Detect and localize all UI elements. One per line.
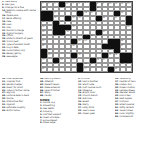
cell-number: 20: [121, 12, 123, 14]
cell-number: 65: [127, 63, 129, 65]
cell-number: 31: [72, 26, 74, 28]
cell-number: 40: [97, 35, 99, 37]
clue-number: 14.: [2, 9, 6, 12]
cell-number: 5: [72, 3, 73, 5]
cell-number: 63: [91, 63, 93, 65]
cell-number: 2: [48, 3, 49, 5]
clue-item: 65. Compass dir.: [115, 116, 149, 119]
cell-number: 53: [109, 54, 111, 56]
cell-number: 37: [54, 35, 56, 37]
cell-number: 59: [103, 59, 105, 61]
cell-number: 3: [54, 3, 55, 5]
across-clues-column-1: 1. Gets along4. Hair goo8. Change for a …: [2, 1, 37, 76]
cell-number: 58: [97, 59, 99, 61]
cell-number: 26: [42, 21, 44, 23]
cell-number: 54: [115, 54, 117, 56]
cell-number: 15: [60, 7, 62, 9]
cell-number: 55: [42, 59, 44, 61]
cell-number: 41: [42, 40, 44, 42]
cell-number: 39: [91, 35, 93, 37]
cell-number: 52: [79, 54, 81, 56]
cell-number: 56: [60, 59, 62, 61]
cell-number: 9: [103, 3, 104, 5]
cell-number: 18: [85, 12, 87, 14]
clue-number: 68.: [40, 94, 44, 97]
cell-number: 8: [97, 3, 98, 5]
cell-number: 14: [42, 7, 44, 9]
cell-number: 25: [115, 17, 117, 19]
cell-number: 4: [66, 3, 67, 5]
cell-number: 28: [60, 21, 62, 23]
cell-number: 30: [42, 26, 44, 28]
cell-number: 67: [85, 68, 87, 70]
cell-number: 46: [72, 45, 74, 47]
cell-number: 29: [97, 21, 99, 23]
cell-number: 1: [42, 3, 43, 5]
cell-number: 27: [48, 21, 50, 23]
cell-number: 17: [54, 12, 56, 14]
cell-number: 68: [115, 68, 117, 70]
cell-number: 62: [85, 63, 87, 65]
down-clues-column-1: 9. At once10. Cain's brother11. Short no…: [78, 78, 111, 148]
cell-number: 11: [115, 3, 117, 5]
clue-item: 36. Sea eagle: [2, 56, 37, 59]
cell-number: 6: [79, 3, 80, 5]
cell-number: 38: [60, 35, 62, 37]
cell-number: 7: [85, 3, 86, 5]
cell-number: 49: [109, 49, 111, 51]
cell-number: 42: [79, 40, 81, 42]
clue-item: 32. Aspen gear: [78, 113, 111, 116]
clue-number: 55.: [2, 109, 6, 112]
cell-number: 57: [72, 59, 74, 61]
cell-number: 36: [42, 35, 44, 37]
crossword-puzzle-page: 1234567891011121314151617181920212223242…: [0, 0, 150, 150]
clue-number: 8.: [40, 121, 42, 124]
cell-number: 21: [54, 17, 56, 19]
cell-number: 23: [79, 17, 81, 19]
cell-number: 60: [42, 63, 44, 65]
clue-item: 55. Bird's home: [2, 110, 36, 113]
cell-number: 32: [127, 26, 129, 28]
crossword-grid: 1234567891011121314151617181920212223242…: [40, 1, 133, 73]
cell-number: 48: [48, 49, 50, 51]
cell-number: 61: [54, 63, 56, 65]
cell-number: 19: [91, 12, 93, 14]
cell-number: 12: [121, 3, 123, 5]
cell-number: 66: [42, 68, 44, 70]
cell-number: 24: [103, 17, 105, 19]
clue-item: 8. Dress edge: [40, 122, 74, 125]
clue-number: 65.: [115, 115, 119, 118]
clue-item: 68. Caviar: [40, 95, 74, 98]
cell-number: 51: [48, 54, 50, 56]
cell-number: 10: [109, 3, 111, 5]
across-end-and-down-clues-column: 56. Fencing sword58. Attempt60. Desert h…: [40, 78, 74, 148]
cell-number: 45: [42, 45, 44, 47]
clue-number: 32.: [78, 112, 82, 115]
cell-number: 33: [42, 31, 44, 33]
cell-number: 22: [72, 17, 74, 19]
down-clues-column-2: 34. Ceremony37. Capital of Peru38. Froze…: [115, 78, 149, 148]
cell-number: 16: [97, 7, 99, 9]
cell-number: 64: [121, 63, 123, 65]
cell-number: 44: [121, 40, 123, 42]
clue-number: 36.: [2, 55, 6, 58]
cell-number: 34: [66, 31, 68, 33]
cell-number: 50: [121, 49, 123, 51]
grid-cell[interactable]: [126, 67, 132, 72]
cell-number: 43: [85, 40, 87, 42]
across-clues-column-2: 39. After expenses41. Tropical fruit42. …: [2, 78, 36, 148]
cell-number: 47: [121, 45, 123, 47]
cell-number: 13: [127, 3, 129, 5]
cell-number: 35: [103, 31, 105, 33]
